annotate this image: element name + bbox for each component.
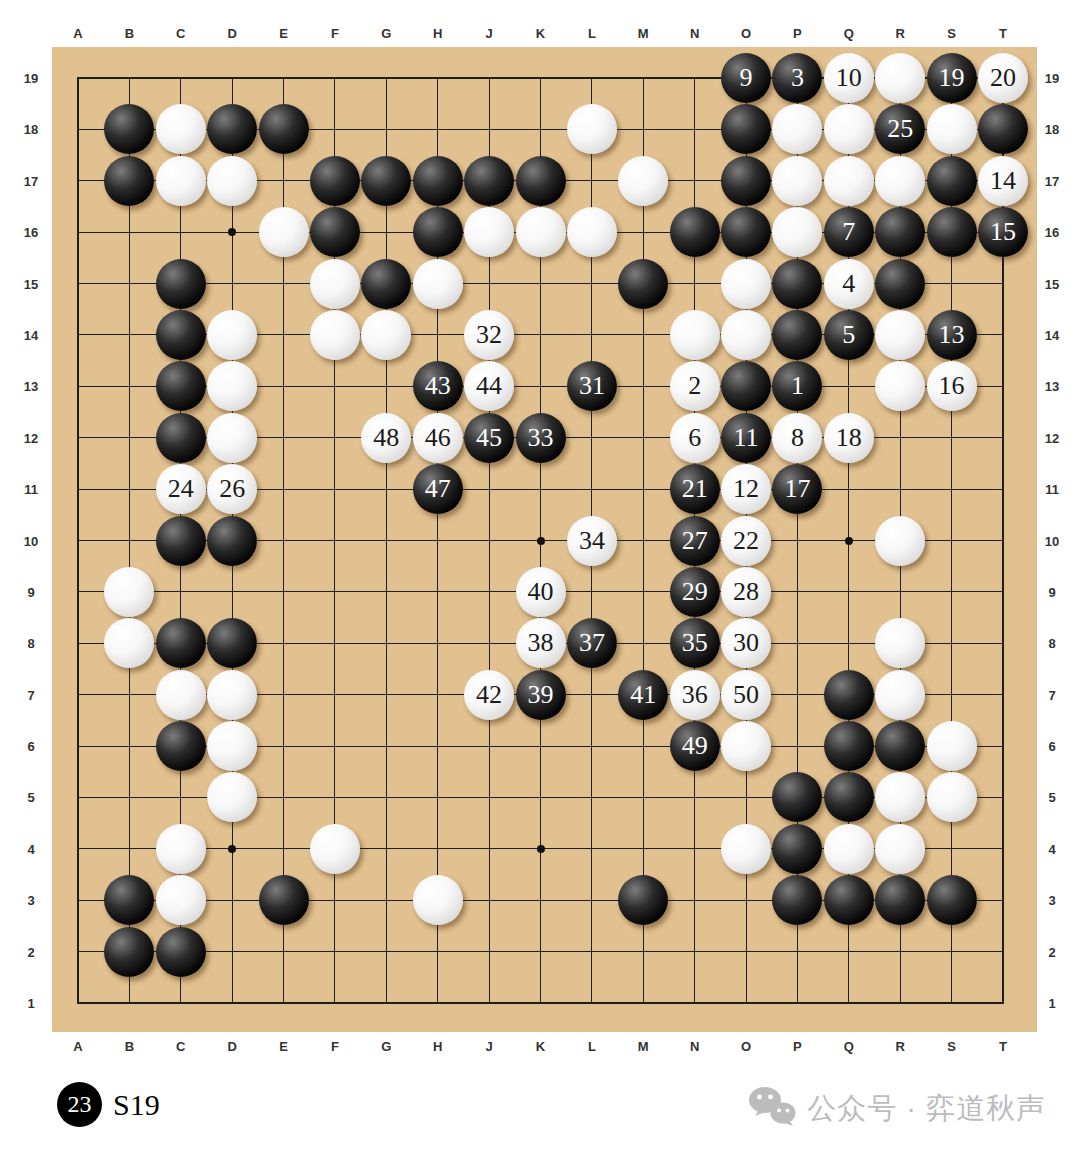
watermark-text: 公众号 · 弈道秋声 bbox=[807, 1089, 1046, 1129]
stone-P3 bbox=[772, 875, 822, 925]
stone-K17 bbox=[516, 156, 566, 206]
stone-R16 bbox=[875, 207, 925, 257]
stone-J16 bbox=[464, 207, 514, 257]
stone-B9 bbox=[104, 567, 154, 617]
stone-O4 bbox=[721, 824, 771, 874]
stone-L13: 31 bbox=[567, 361, 617, 411]
stone-R13 bbox=[875, 361, 925, 411]
stone-H13: 43 bbox=[413, 361, 463, 411]
stone-E18 bbox=[259, 104, 309, 154]
star-point-D4 bbox=[228, 845, 236, 853]
bottom-col-label-D: D bbox=[227, 1039, 236, 1054]
caption: 23 S19 bbox=[57, 1082, 160, 1127]
stone-R17 bbox=[875, 156, 925, 206]
stone-C4 bbox=[156, 824, 206, 874]
stone-N8: 35 bbox=[670, 618, 720, 668]
top-col-label-D: D bbox=[227, 26, 236, 41]
right-row-label-15: 15 bbox=[1045, 276, 1059, 291]
stone-S5 bbox=[927, 772, 977, 822]
top-col-label-H: H bbox=[433, 26, 442, 41]
stone-number: 19 bbox=[939, 65, 965, 91]
stone-C2 bbox=[156, 927, 206, 977]
caption-coordinate: S19 bbox=[113, 1088, 160, 1122]
stone-L10: 34 bbox=[567, 516, 617, 566]
stone-number: 22 bbox=[733, 528, 759, 554]
stone-T17: 14 bbox=[978, 156, 1028, 206]
stone-number: 18 bbox=[836, 425, 862, 451]
stone-Q7 bbox=[824, 670, 874, 720]
top-col-label-P: P bbox=[793, 26, 802, 41]
left-row-label-14: 14 bbox=[24, 327, 38, 342]
right-row-label-9: 9 bbox=[1048, 584, 1055, 599]
stone-N10: 27 bbox=[670, 516, 720, 566]
stone-H17 bbox=[413, 156, 463, 206]
stone-number: 15 bbox=[990, 219, 1016, 245]
left-row-label-19: 19 bbox=[24, 71, 38, 86]
stone-number: 2 bbox=[688, 373, 701, 399]
top-col-label-J: J bbox=[485, 26, 492, 41]
stone-number: 4 bbox=[842, 271, 855, 297]
stone-P19: 3 bbox=[772, 53, 822, 103]
stone-number: 5 bbox=[842, 322, 855, 348]
left-row-label-6: 6 bbox=[27, 739, 34, 754]
left-row-label-5: 5 bbox=[27, 790, 34, 805]
stone-number: 25 bbox=[887, 116, 913, 142]
watermark: 公众号 · 弈道秋声 bbox=[748, 1086, 1046, 1132]
stone-D13 bbox=[207, 361, 257, 411]
stone-number: 27 bbox=[682, 528, 708, 554]
stone-D12 bbox=[207, 413, 257, 463]
top-col-label-T: T bbox=[999, 26, 1007, 41]
stone-C13 bbox=[156, 361, 206, 411]
stone-Q19: 10 bbox=[824, 53, 874, 103]
left-row-label-3: 3 bbox=[27, 893, 34, 908]
stone-C8 bbox=[156, 618, 206, 668]
stone-H3 bbox=[413, 875, 463, 925]
stone-R10 bbox=[875, 516, 925, 566]
bottom-col-label-H: H bbox=[433, 1039, 442, 1054]
stone-R15 bbox=[875, 259, 925, 309]
stone-C7 bbox=[156, 670, 206, 720]
stone-P12: 8 bbox=[772, 413, 822, 463]
stone-O9: 28 bbox=[721, 567, 771, 617]
bottom-col-label-K: K bbox=[536, 1039, 545, 1054]
stone-S17 bbox=[927, 156, 977, 206]
bottom-col-label-O: O bbox=[741, 1039, 751, 1054]
right-row-label-12: 12 bbox=[1045, 430, 1059, 445]
stone-K16 bbox=[516, 207, 566, 257]
stone-O17 bbox=[721, 156, 771, 206]
stone-number: 12 bbox=[733, 476, 759, 502]
stone-L16 bbox=[567, 207, 617, 257]
grid-line-vertical bbox=[643, 77, 644, 1004]
stone-B8 bbox=[104, 618, 154, 668]
top-col-label-K: K bbox=[536, 26, 545, 41]
stone-C10 bbox=[156, 516, 206, 566]
top-col-label-M: M bbox=[638, 26, 649, 41]
stone-S16 bbox=[927, 207, 977, 257]
top-col-label-R: R bbox=[896, 26, 905, 41]
stone-S14: 13 bbox=[927, 310, 977, 360]
stone-number: 11 bbox=[734, 425, 759, 451]
stone-J12: 45 bbox=[464, 413, 514, 463]
left-row-label-11: 11 bbox=[24, 482, 38, 497]
stone-number: 33 bbox=[528, 425, 554, 451]
stone-C3 bbox=[156, 875, 206, 925]
stone-C11: 24 bbox=[156, 464, 206, 514]
left-row-label-12: 12 bbox=[24, 430, 38, 445]
stone-number: 3 bbox=[791, 65, 804, 91]
stone-D8 bbox=[207, 618, 257, 668]
stone-number: 41 bbox=[630, 682, 656, 708]
stone-B18 bbox=[104, 104, 154, 154]
stone-C17 bbox=[156, 156, 206, 206]
stone-R4 bbox=[875, 824, 925, 874]
right-row-label-16: 16 bbox=[1045, 225, 1059, 240]
stone-P18 bbox=[772, 104, 822, 154]
stone-M3 bbox=[618, 875, 668, 925]
bottom-col-label-L: L bbox=[588, 1039, 596, 1054]
stone-N6: 49 bbox=[670, 721, 720, 771]
stone-number: 36 bbox=[682, 682, 708, 708]
stone-number: 44 bbox=[476, 373, 502, 399]
bottom-col-label-N: N bbox=[690, 1039, 699, 1054]
stone-K8: 38 bbox=[516, 618, 566, 668]
left-row-label-16: 16 bbox=[24, 225, 38, 240]
stone-number: 13 bbox=[939, 322, 965, 348]
stone-Q3 bbox=[824, 875, 874, 925]
stone-K12: 33 bbox=[516, 413, 566, 463]
stone-C15 bbox=[156, 259, 206, 309]
stone-S19: 19 bbox=[927, 53, 977, 103]
stone-P13: 1 bbox=[772, 361, 822, 411]
bottom-col-label-M: M bbox=[638, 1039, 649, 1054]
stone-C18 bbox=[156, 104, 206, 154]
left-row-label-9: 9 bbox=[27, 584, 34, 599]
left-row-label-1: 1 bbox=[27, 996, 34, 1011]
stone-P16 bbox=[772, 207, 822, 257]
stone-number: 45 bbox=[476, 425, 502, 451]
stone-M7: 41 bbox=[618, 670, 668, 720]
stone-H16 bbox=[413, 207, 463, 257]
stone-number: 43 bbox=[425, 373, 451, 399]
stone-O16 bbox=[721, 207, 771, 257]
stone-C14 bbox=[156, 310, 206, 360]
stone-O18 bbox=[721, 104, 771, 154]
stone-number: 6 bbox=[688, 425, 701, 451]
stone-S18 bbox=[927, 104, 977, 154]
stone-Q15: 4 bbox=[824, 259, 874, 309]
left-row-label-2: 2 bbox=[27, 944, 34, 959]
stone-N11: 21 bbox=[670, 464, 720, 514]
stone-N9: 29 bbox=[670, 567, 720, 617]
stone-N12: 6 bbox=[670, 413, 720, 463]
bottom-col-label-G: G bbox=[381, 1039, 391, 1054]
stone-R3 bbox=[875, 875, 925, 925]
left-row-label-4: 4 bbox=[27, 841, 34, 856]
stone-number: 29 bbox=[682, 579, 708, 605]
stone-D5 bbox=[207, 772, 257, 822]
top-col-label-O: O bbox=[741, 26, 751, 41]
stone-L18 bbox=[567, 104, 617, 154]
stone-number: 48 bbox=[373, 425, 399, 451]
left-row-label-17: 17 bbox=[24, 173, 38, 188]
stone-number: 14 bbox=[990, 168, 1016, 194]
top-col-label-A: A bbox=[73, 26, 82, 41]
left-row-label-7: 7 bbox=[27, 687, 34, 702]
top-col-label-L: L bbox=[588, 26, 596, 41]
stone-Q4 bbox=[824, 824, 874, 874]
stone-number: 9 bbox=[740, 65, 753, 91]
right-row-label-17: 17 bbox=[1045, 173, 1059, 188]
stone-number: 7 bbox=[842, 219, 855, 245]
stone-R14 bbox=[875, 310, 925, 360]
stone-number: 24 bbox=[168, 476, 194, 502]
caption-stone: 23 bbox=[57, 1082, 102, 1127]
stone-O10: 22 bbox=[721, 516, 771, 566]
left-row-label-18: 18 bbox=[24, 122, 38, 137]
stone-F14 bbox=[310, 310, 360, 360]
stone-J14: 32 bbox=[464, 310, 514, 360]
stone-C12 bbox=[156, 413, 206, 463]
stone-N16 bbox=[670, 207, 720, 257]
stone-D6 bbox=[207, 721, 257, 771]
stone-S13: 16 bbox=[927, 361, 977, 411]
top-col-label-F: F bbox=[331, 26, 339, 41]
stone-D10 bbox=[207, 516, 257, 566]
stone-O14 bbox=[721, 310, 771, 360]
grid-line-horizontal bbox=[77, 1002, 1004, 1004]
right-row-label-6: 6 bbox=[1048, 739, 1055, 754]
stone-number: 40 bbox=[528, 579, 554, 605]
stone-E16 bbox=[259, 207, 309, 257]
stone-K7: 39 bbox=[516, 670, 566, 720]
stone-Q12: 18 bbox=[824, 413, 874, 463]
bottom-col-label-P: P bbox=[793, 1039, 802, 1054]
stone-H11: 47 bbox=[413, 464, 463, 514]
stone-number: 37 bbox=[579, 630, 605, 656]
stone-O13 bbox=[721, 361, 771, 411]
right-row-label-4: 4 bbox=[1048, 841, 1055, 856]
stone-B17 bbox=[104, 156, 154, 206]
go-board: 9310192025147154325134344312116484645336… bbox=[52, 47, 1037, 1032]
stone-B2 bbox=[104, 927, 154, 977]
bottom-col-label-R: R bbox=[896, 1039, 905, 1054]
stone-O19: 9 bbox=[721, 53, 771, 103]
left-row-label-15: 15 bbox=[24, 276, 38, 291]
top-col-label-C: C bbox=[176, 26, 185, 41]
stone-G12: 48 bbox=[361, 413, 411, 463]
page: 9310192025147154325134344312116484645336… bbox=[0, 0, 1080, 1156]
stone-S3 bbox=[927, 875, 977, 925]
stone-number: 39 bbox=[528, 682, 554, 708]
stone-F15 bbox=[310, 259, 360, 309]
stone-M15 bbox=[618, 259, 668, 309]
stone-number: 16 bbox=[939, 373, 965, 399]
stone-O12: 11 bbox=[721, 413, 771, 463]
stone-O15 bbox=[721, 259, 771, 309]
stone-Q17 bbox=[824, 156, 874, 206]
stone-number: 50 bbox=[733, 682, 759, 708]
stone-number: 31 bbox=[579, 373, 605, 399]
stone-J7: 42 bbox=[464, 670, 514, 720]
stone-O8: 30 bbox=[721, 618, 771, 668]
stone-R18: 25 bbox=[875, 104, 925, 154]
stone-O6 bbox=[721, 721, 771, 771]
stone-G17 bbox=[361, 156, 411, 206]
stone-R6 bbox=[875, 721, 925, 771]
stone-H12: 46 bbox=[413, 413, 463, 463]
stone-T19: 20 bbox=[978, 53, 1028, 103]
stone-N7: 36 bbox=[670, 670, 720, 720]
stone-S6 bbox=[927, 721, 977, 771]
stone-Q18 bbox=[824, 104, 874, 154]
right-row-label-8: 8 bbox=[1048, 636, 1055, 651]
stone-number: 35 bbox=[682, 630, 708, 656]
stone-R8 bbox=[875, 618, 925, 668]
stone-T18 bbox=[978, 104, 1028, 154]
top-col-label-S: S bbox=[947, 26, 956, 41]
stone-E3 bbox=[259, 875, 309, 925]
bottom-col-label-E: E bbox=[279, 1039, 288, 1054]
bottom-col-label-A: A bbox=[73, 1039, 82, 1054]
stone-D17 bbox=[207, 156, 257, 206]
wechat-icon bbox=[748, 1086, 797, 1132]
stone-number: 46 bbox=[425, 425, 451, 451]
right-row-label-7: 7 bbox=[1048, 687, 1055, 702]
stone-H15 bbox=[413, 259, 463, 309]
top-col-label-B: B bbox=[125, 26, 134, 41]
stone-F16 bbox=[310, 207, 360, 257]
stone-D14 bbox=[207, 310, 257, 360]
right-row-label-1: 1 bbox=[1048, 996, 1055, 1011]
left-row-label-10: 10 bbox=[24, 533, 38, 548]
right-row-label-2: 2 bbox=[1048, 944, 1055, 959]
right-row-label-14: 14 bbox=[1045, 327, 1059, 342]
stone-P15 bbox=[772, 259, 822, 309]
star-point-Q10 bbox=[845, 537, 853, 545]
top-col-label-E: E bbox=[279, 26, 288, 41]
stone-P11: 17 bbox=[772, 464, 822, 514]
stone-number: 30 bbox=[733, 630, 759, 656]
star-point-K10 bbox=[537, 537, 545, 545]
stone-D7 bbox=[207, 670, 257, 720]
stone-Q16: 7 bbox=[824, 207, 874, 257]
stone-number: 34 bbox=[579, 528, 605, 554]
stone-number: 38 bbox=[528, 630, 554, 656]
stone-number: 20 bbox=[990, 65, 1016, 91]
stone-J13: 44 bbox=[464, 361, 514, 411]
stone-R19 bbox=[875, 53, 925, 103]
left-row-label-8: 8 bbox=[27, 636, 34, 651]
stone-number: 28 bbox=[733, 579, 759, 605]
top-col-label-G: G bbox=[381, 26, 391, 41]
stone-P17 bbox=[772, 156, 822, 206]
stone-N14 bbox=[670, 310, 720, 360]
stone-B3 bbox=[104, 875, 154, 925]
stone-number: 42 bbox=[476, 682, 502, 708]
stone-number: 8 bbox=[791, 425, 804, 451]
star-point-D16 bbox=[228, 228, 236, 236]
stone-O7: 50 bbox=[721, 670, 771, 720]
stone-number: 32 bbox=[476, 322, 502, 348]
stone-number: 17 bbox=[784, 476, 810, 502]
top-col-label-N: N bbox=[690, 26, 699, 41]
right-row-label-11: 11 bbox=[1045, 482, 1059, 497]
stone-P4 bbox=[772, 824, 822, 874]
left-row-label-13: 13 bbox=[24, 379, 38, 394]
stone-M17 bbox=[618, 156, 668, 206]
right-row-label-18: 18 bbox=[1045, 122, 1059, 137]
bottom-col-label-F: F bbox=[331, 1039, 339, 1054]
bottom-col-label-T: T bbox=[999, 1039, 1007, 1054]
stone-F4 bbox=[310, 824, 360, 874]
stone-D18 bbox=[207, 104, 257, 154]
stone-N13: 2 bbox=[670, 361, 720, 411]
right-row-label-5: 5 bbox=[1048, 790, 1055, 805]
stone-R5 bbox=[875, 772, 925, 822]
bottom-col-label-C: C bbox=[176, 1039, 185, 1054]
stone-J17 bbox=[464, 156, 514, 206]
stone-R7 bbox=[875, 670, 925, 720]
right-row-label-3: 3 bbox=[1048, 893, 1055, 908]
stone-number: 10 bbox=[836, 65, 862, 91]
stone-Q5 bbox=[824, 772, 874, 822]
stone-G14 bbox=[361, 310, 411, 360]
stone-number: 49 bbox=[682, 733, 708, 759]
bottom-col-label-B: B bbox=[125, 1039, 134, 1054]
right-row-label-13: 13 bbox=[1045, 379, 1059, 394]
grid-line-horizontal bbox=[77, 951, 1004, 952]
stone-Q6 bbox=[824, 721, 874, 771]
stone-F17 bbox=[310, 156, 360, 206]
stone-D11: 26 bbox=[207, 464, 257, 514]
bottom-col-label-Q: Q bbox=[844, 1039, 854, 1054]
stone-K9: 40 bbox=[516, 567, 566, 617]
stone-P14 bbox=[772, 310, 822, 360]
stone-P5 bbox=[772, 772, 822, 822]
right-row-label-10: 10 bbox=[1045, 533, 1059, 548]
right-row-label-19: 19 bbox=[1045, 71, 1059, 86]
stone-number: 1 bbox=[791, 373, 804, 399]
stone-L8: 37 bbox=[567, 618, 617, 668]
top-col-label-Q: Q bbox=[844, 26, 854, 41]
bottom-col-label-S: S bbox=[947, 1039, 956, 1054]
stone-T16: 15 bbox=[978, 207, 1028, 257]
stone-C6 bbox=[156, 721, 206, 771]
stone-number: 26 bbox=[219, 476, 245, 502]
caption-stone-number: 23 bbox=[68, 1091, 92, 1118]
stone-number: 21 bbox=[682, 476, 708, 502]
stone-G15 bbox=[361, 259, 411, 309]
bottom-col-label-J: J bbox=[485, 1039, 492, 1054]
star-point-K4 bbox=[537, 845, 545, 853]
stone-O11: 12 bbox=[721, 464, 771, 514]
stone-Q14: 5 bbox=[824, 310, 874, 360]
stone-number: 47 bbox=[425, 476, 451, 502]
